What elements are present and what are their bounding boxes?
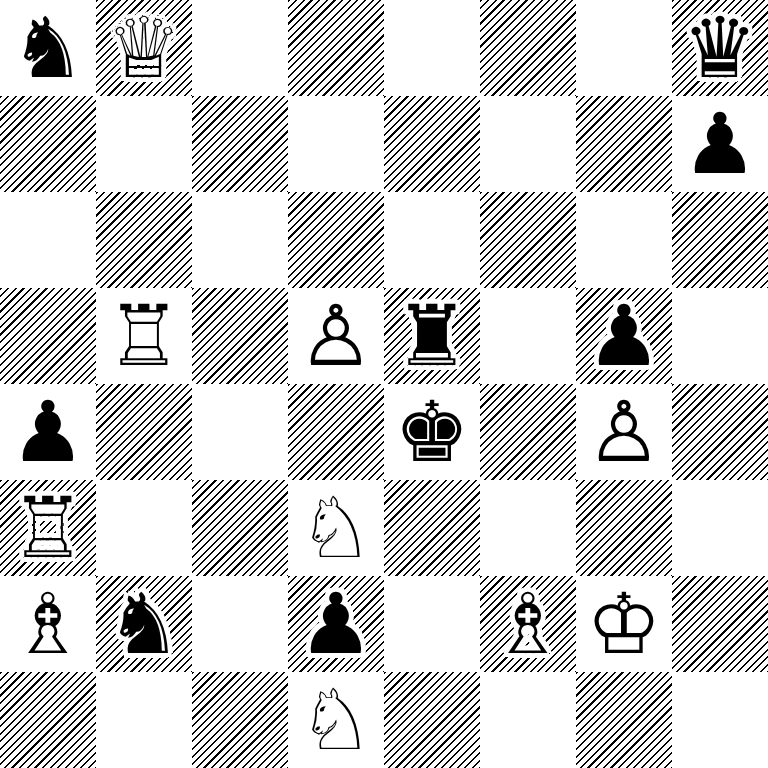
- white-queen-piece[interactable]: ♕: [96, 0, 192, 96]
- square-e8[interactable]: [384, 0, 480, 96]
- square-c2[interactable]: [192, 576, 288, 672]
- black-knight-piece[interactable]: ♞: [96, 576, 192, 672]
- square-h5[interactable]: [672, 288, 768, 384]
- square-f1[interactable]: [480, 672, 576, 768]
- black-rook-piece[interactable]: ♜: [384, 288, 480, 384]
- white-knight-piece[interactable]: ♘: [288, 672, 384, 768]
- square-a5[interactable]: [0, 288, 96, 384]
- square-f3[interactable]: [480, 480, 576, 576]
- square-d1[interactable]: ♘: [288, 672, 384, 768]
- square-b7[interactable]: [96, 96, 192, 192]
- square-d5[interactable]: ♙: [288, 288, 384, 384]
- square-g6[interactable]: [576, 192, 672, 288]
- square-d4[interactable]: [288, 384, 384, 480]
- square-g7[interactable]: [576, 96, 672, 192]
- square-f2[interactable]: ♗: [480, 576, 576, 672]
- black-pawn-piece[interactable]: ♟: [672, 96, 768, 192]
- square-c6[interactable]: [192, 192, 288, 288]
- square-e1[interactable]: [384, 672, 480, 768]
- white-knight-piece[interactable]: ♘: [288, 480, 384, 576]
- white-pawn-piece[interactable]: ♙: [288, 288, 384, 384]
- square-d3[interactable]: ♘: [288, 480, 384, 576]
- white-bishop-piece[interactable]: ♗: [480, 576, 576, 672]
- square-b2[interactable]: ♞: [96, 576, 192, 672]
- square-b8[interactable]: ♕: [96, 0, 192, 96]
- square-c5[interactable]: [192, 288, 288, 384]
- square-f7[interactable]: [480, 96, 576, 192]
- white-rook-piece[interactable]: ♖: [0, 480, 96, 576]
- square-h7[interactable]: ♟: [672, 96, 768, 192]
- square-a2[interactable]: ♗: [0, 576, 96, 672]
- chess-board: ♞♕♛♟♖♙♜♟♟♚♙♖♘♗♞♟♗♔♘: [0, 0, 768, 768]
- square-g2[interactable]: ♔: [576, 576, 672, 672]
- black-king-piece[interactable]: ♚: [384, 384, 480, 480]
- square-d8[interactable]: [288, 0, 384, 96]
- square-b3[interactable]: [96, 480, 192, 576]
- square-a3[interactable]: ♖: [0, 480, 96, 576]
- square-c4[interactable]: [192, 384, 288, 480]
- square-b5[interactable]: ♖: [96, 288, 192, 384]
- square-e3[interactable]: [384, 480, 480, 576]
- square-h1[interactable]: [672, 672, 768, 768]
- square-g8[interactable]: [576, 0, 672, 96]
- square-h2[interactable]: [672, 576, 768, 672]
- square-e4[interactable]: ♚: [384, 384, 480, 480]
- square-e2[interactable]: [384, 576, 480, 672]
- square-a8[interactable]: ♞: [0, 0, 96, 96]
- white-king-piece[interactable]: ♔: [576, 576, 672, 672]
- square-e6[interactable]: [384, 192, 480, 288]
- square-a1[interactable]: [0, 672, 96, 768]
- black-knight-piece[interactable]: ♞: [0, 0, 96, 96]
- square-h6[interactable]: [672, 192, 768, 288]
- square-g5[interactable]: ♟: [576, 288, 672, 384]
- square-h3[interactable]: [672, 480, 768, 576]
- square-b1[interactable]: [96, 672, 192, 768]
- square-b4[interactable]: [96, 384, 192, 480]
- black-queen-piece[interactable]: ♛: [672, 0, 768, 96]
- square-f4[interactable]: [480, 384, 576, 480]
- square-h8[interactable]: ♛: [672, 0, 768, 96]
- square-a6[interactable]: [0, 192, 96, 288]
- square-a7[interactable]: [0, 96, 96, 192]
- white-bishop-piece[interactable]: ♗: [0, 576, 96, 672]
- square-f8[interactable]: [480, 0, 576, 96]
- square-d7[interactable]: [288, 96, 384, 192]
- square-b6[interactable]: [96, 192, 192, 288]
- white-pawn-piece[interactable]: ♙: [576, 384, 672, 480]
- square-c7[interactable]: [192, 96, 288, 192]
- square-e5[interactable]: ♜: [384, 288, 480, 384]
- square-a4[interactable]: ♟: [0, 384, 96, 480]
- square-d2[interactable]: ♟: [288, 576, 384, 672]
- square-f6[interactable]: [480, 192, 576, 288]
- black-pawn-piece[interactable]: ♟: [576, 288, 672, 384]
- black-pawn-piece[interactable]: ♟: [288, 576, 384, 672]
- square-f5[interactable]: [480, 288, 576, 384]
- square-h4[interactable]: [672, 384, 768, 480]
- square-g3[interactable]: [576, 480, 672, 576]
- square-g1[interactable]: [576, 672, 672, 768]
- square-c3[interactable]: [192, 480, 288, 576]
- square-c8[interactable]: [192, 0, 288, 96]
- square-c1[interactable]: [192, 672, 288, 768]
- square-d6[interactable]: [288, 192, 384, 288]
- square-g4[interactable]: ♙: [576, 384, 672, 480]
- white-rook-piece[interactable]: ♖: [96, 288, 192, 384]
- black-pawn-piece[interactable]: ♟: [0, 384, 96, 480]
- square-e7[interactable]: [384, 96, 480, 192]
